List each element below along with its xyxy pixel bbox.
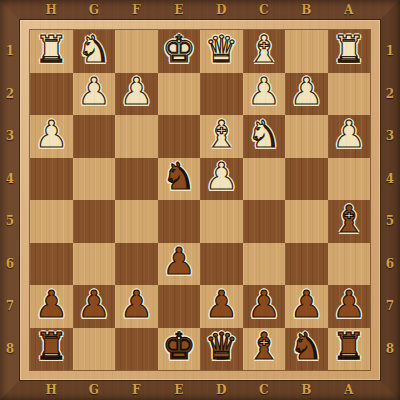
square-c3[interactable]: ♞ xyxy=(243,115,286,158)
square-b6[interactable] xyxy=(285,243,328,286)
black-queen-d8[interactable]: ♛ xyxy=(205,328,238,365)
white-pawn-g2[interactable]: ♟ xyxy=(77,73,110,110)
black-rook-a8[interactable]: ♜ xyxy=(332,328,365,365)
rank-label-5: 5 xyxy=(0,200,20,243)
rank-label-3: 3 xyxy=(0,115,20,158)
black-pawn-b7[interactable]: ♟ xyxy=(290,286,323,323)
file-label-g: G xyxy=(73,0,116,20)
black-rook-h8[interactable]: ♜ xyxy=(35,328,68,365)
file-label-e: E xyxy=(158,0,201,20)
square-g8[interactable] xyxy=(73,328,116,371)
square-e2[interactable] xyxy=(158,73,201,116)
square-h7[interactable]: ♟ xyxy=(30,285,73,328)
rank-label-3: 3 xyxy=(380,115,400,158)
black-knight-b8[interactable]: ♞ xyxy=(290,328,323,365)
square-h8[interactable]: ♜ xyxy=(30,328,73,371)
square-c6[interactable] xyxy=(243,243,286,286)
square-f5[interactable] xyxy=(115,200,158,243)
black-pawn-f7[interactable]: ♟ xyxy=(120,286,153,323)
white-bishop-c1[interactable]: ♝ xyxy=(247,31,280,68)
square-a8[interactable]: ♜ xyxy=(328,328,371,371)
file-label-d: D xyxy=(200,0,243,20)
square-e8[interactable]: ♚ xyxy=(158,328,201,371)
white-bishop-d3[interactable]: ♝ xyxy=(205,116,238,153)
rank-label-1: 1 xyxy=(380,30,400,73)
square-g3[interactable] xyxy=(73,115,116,158)
square-h4[interactable] xyxy=(30,158,73,201)
square-a7[interactable]: ♟ xyxy=(328,285,371,328)
file-label-h: H xyxy=(30,0,73,20)
rank-label-6: 6 xyxy=(380,243,400,286)
square-a5[interactable]: ♝ xyxy=(328,200,371,243)
square-h3[interactable]: ♟ xyxy=(30,115,73,158)
square-h2[interactable] xyxy=(30,73,73,116)
square-e1[interactable]: ♚ xyxy=(158,30,201,73)
rank-label-2: 2 xyxy=(380,73,400,116)
rank-label-6: 6 xyxy=(0,243,20,286)
rank-label-4: 4 xyxy=(380,158,400,201)
rank-label-2: 2 xyxy=(0,73,20,116)
black-pawn-c7[interactable]: ♟ xyxy=(247,286,280,323)
square-a2[interactable] xyxy=(328,73,371,116)
black-bishop-a5[interactable]: ♝ xyxy=(332,201,365,238)
file-label-d: D xyxy=(200,380,243,400)
square-g5[interactable] xyxy=(73,200,116,243)
square-f7[interactable]: ♟ xyxy=(115,285,158,328)
square-d1[interactable]: ♛ xyxy=(200,30,243,73)
file-label-h: H xyxy=(30,380,73,400)
file-label-a: A xyxy=(328,380,371,400)
file-label-a: A xyxy=(328,0,371,20)
square-g2[interactable]: ♟ xyxy=(73,73,116,116)
square-d3[interactable]: ♝ xyxy=(200,115,243,158)
white-rook-h1[interactable]: ♜ xyxy=(35,31,68,68)
rank-label-7: 7 xyxy=(380,285,400,328)
chess-board: HGFEDCBA HGFEDCBA 12345678 12345678 ♜♞♚♛… xyxy=(0,0,400,400)
square-e3[interactable] xyxy=(158,115,201,158)
square-b3[interactable] xyxy=(285,115,328,158)
white-rook-a1[interactable]: ♜ xyxy=(332,31,365,68)
square-a6[interactable] xyxy=(328,243,371,286)
square-c1[interactable]: ♝ xyxy=(243,30,286,73)
square-f4[interactable] xyxy=(115,158,158,201)
square-g4[interactable] xyxy=(73,158,116,201)
white-pawn-h3[interactable]: ♟ xyxy=(35,116,68,153)
square-d6[interactable] xyxy=(200,243,243,286)
square-d8[interactable]: ♛ xyxy=(200,328,243,371)
square-c5[interactable] xyxy=(243,200,286,243)
black-pawn-g7[interactable]: ♟ xyxy=(77,286,110,323)
square-h1[interactable]: ♜ xyxy=(30,30,73,73)
square-f8[interactable] xyxy=(115,328,158,371)
white-knight-g1[interactable]: ♞ xyxy=(77,31,110,68)
white-pawn-d4[interactable]: ♟ xyxy=(205,158,238,195)
white-pawn-b2[interactable]: ♟ xyxy=(290,73,323,110)
file-label-g: G xyxy=(73,380,116,400)
rank-labels-left: 12345678 xyxy=(0,30,20,370)
black-bishop-c8[interactable]: ♝ xyxy=(247,328,280,365)
square-b4[interactable] xyxy=(285,158,328,201)
square-f2[interactable]: ♟ xyxy=(115,73,158,116)
square-e5[interactable] xyxy=(158,200,201,243)
square-c7[interactable]: ♟ xyxy=(243,285,286,328)
board-grid: ♜♞♚♛♝♜♟♟♟♟♟♝♞♟♞♟♝♟♟♟♟♟♟♟♟♜♚♛♝♞♜ xyxy=(30,30,370,370)
rank-labels-right: 12345678 xyxy=(380,30,400,370)
square-e6[interactable]: ♟ xyxy=(158,243,201,286)
rank-label-8: 8 xyxy=(380,328,400,371)
square-b8[interactable]: ♞ xyxy=(285,328,328,371)
square-a3[interactable]: ♟ xyxy=(328,115,371,158)
rank-label-5: 5 xyxy=(380,200,400,243)
square-d5[interactable] xyxy=(200,200,243,243)
square-e7[interactable] xyxy=(158,285,201,328)
square-f1[interactable] xyxy=(115,30,158,73)
file-label-e: E xyxy=(158,380,201,400)
square-h5[interactable] xyxy=(30,200,73,243)
file-labels-bottom: HGFEDCBA xyxy=(30,380,370,400)
square-g6[interactable] xyxy=(73,243,116,286)
square-b5[interactable] xyxy=(285,200,328,243)
square-d2[interactable] xyxy=(200,73,243,116)
file-label-b: B xyxy=(285,0,328,20)
square-d7[interactable]: ♟ xyxy=(200,285,243,328)
white-pawn-a3[interactable]: ♟ xyxy=(332,116,365,153)
white-knight-c3[interactable]: ♞ xyxy=(247,116,280,153)
white-queen-d1[interactable]: ♛ xyxy=(205,31,238,68)
black-pawn-e6[interactable]: ♟ xyxy=(162,243,195,280)
file-label-c: C xyxy=(243,0,286,20)
rank-label-7: 7 xyxy=(0,285,20,328)
rank-label-1: 1 xyxy=(0,30,20,73)
square-f3[interactable] xyxy=(115,115,158,158)
black-pawn-a7[interactable]: ♟ xyxy=(332,286,365,323)
square-g7[interactable]: ♟ xyxy=(73,285,116,328)
square-h6[interactable] xyxy=(30,243,73,286)
white-pawn-f2[interactable]: ♟ xyxy=(120,73,153,110)
square-c8[interactable]: ♝ xyxy=(243,328,286,371)
square-f6[interactable] xyxy=(115,243,158,286)
file-label-f: F xyxy=(115,380,158,400)
rank-label-4: 4 xyxy=(0,158,20,201)
square-e4[interactable]: ♞ xyxy=(158,158,201,201)
square-b7[interactable]: ♟ xyxy=(285,285,328,328)
square-c4[interactable] xyxy=(243,158,286,201)
file-label-b: B xyxy=(285,380,328,400)
square-b2[interactable]: ♟ xyxy=(285,73,328,116)
square-a4[interactable] xyxy=(328,158,371,201)
square-d4[interactable]: ♟ xyxy=(200,158,243,201)
black-pawn-h7[interactable]: ♟ xyxy=(35,286,68,323)
square-c2[interactable]: ♟ xyxy=(243,73,286,116)
square-a1[interactable]: ♜ xyxy=(328,30,371,73)
square-b1[interactable] xyxy=(285,30,328,73)
black-king-e8[interactable]: ♚ xyxy=(162,328,195,365)
black-knight-e4[interactable]: ♞ xyxy=(162,158,195,195)
square-g1[interactable]: ♞ xyxy=(73,30,116,73)
black-pawn-d7[interactable]: ♟ xyxy=(205,286,238,323)
file-labels-top: HGFEDCBA xyxy=(30,0,370,20)
white-pawn-c2[interactable]: ♟ xyxy=(247,73,280,110)
file-label-f: F xyxy=(115,0,158,20)
file-label-c: C xyxy=(243,380,286,400)
rank-label-8: 8 xyxy=(0,328,20,371)
white-king-e1[interactable]: ♚ xyxy=(162,31,195,68)
